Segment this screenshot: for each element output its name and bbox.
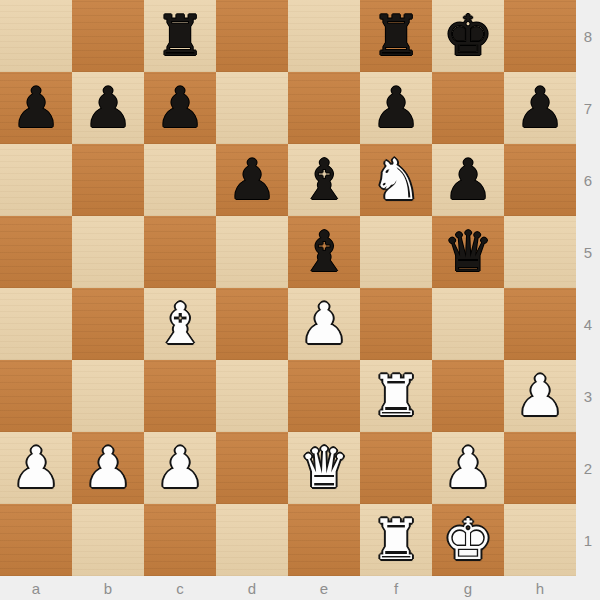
square-c3[interactable] bbox=[144, 360, 216, 432]
square-d4[interactable] bbox=[216, 288, 288, 360]
white-pawn[interactable]: ♟ bbox=[443, 432, 493, 504]
file-label-c: c bbox=[144, 576, 216, 600]
square-b2[interactable]: ♟ bbox=[72, 432, 144, 504]
rank-label-2: 2 bbox=[576, 432, 600, 504]
black-rook[interactable]: ♜ bbox=[155, 0, 205, 72]
file-label-h: h bbox=[504, 576, 576, 600]
square-b4[interactable] bbox=[72, 288, 144, 360]
square-d8[interactable] bbox=[216, 0, 288, 72]
square-b5[interactable] bbox=[72, 216, 144, 288]
black-king[interactable]: ♚ bbox=[443, 0, 493, 72]
square-d7[interactable] bbox=[216, 72, 288, 144]
square-e8[interactable] bbox=[288, 0, 360, 72]
rank-label-7: 7 bbox=[576, 72, 600, 144]
square-f7[interactable]: ♟ bbox=[360, 72, 432, 144]
white-pawn[interactable]: ♟ bbox=[299, 288, 349, 360]
square-d6[interactable]: ♟ bbox=[216, 144, 288, 216]
square-c4[interactable]: ♝ bbox=[144, 288, 216, 360]
white-pawn[interactable]: ♟ bbox=[515, 360, 565, 432]
square-e4[interactable]: ♟ bbox=[288, 288, 360, 360]
square-g4[interactable] bbox=[432, 288, 504, 360]
square-f2[interactable] bbox=[360, 432, 432, 504]
square-f8[interactable]: ♜ bbox=[360, 0, 432, 72]
square-a5[interactable] bbox=[0, 216, 72, 288]
square-b1[interactable] bbox=[72, 504, 144, 576]
square-c1[interactable] bbox=[144, 504, 216, 576]
square-e7[interactable] bbox=[288, 72, 360, 144]
white-knight[interactable]: ♞ bbox=[371, 144, 421, 216]
square-e2[interactable]: ♛ bbox=[288, 432, 360, 504]
square-a6[interactable] bbox=[0, 144, 72, 216]
square-d2[interactable] bbox=[216, 432, 288, 504]
square-a4[interactable] bbox=[0, 288, 72, 360]
square-f6[interactable]: ♞ bbox=[360, 144, 432, 216]
black-bishop[interactable]: ♝ bbox=[299, 144, 349, 216]
square-e3[interactable] bbox=[288, 360, 360, 432]
square-g5[interactable]: ♛ bbox=[432, 216, 504, 288]
square-d5[interactable] bbox=[216, 216, 288, 288]
square-a1[interactable] bbox=[0, 504, 72, 576]
square-b8[interactable] bbox=[72, 0, 144, 72]
file-label-e: e bbox=[288, 576, 360, 600]
black-pawn[interactable]: ♟ bbox=[371, 72, 421, 144]
white-rook[interactable]: ♜ bbox=[371, 504, 421, 576]
square-g7[interactable] bbox=[432, 72, 504, 144]
file-label-a: a bbox=[0, 576, 72, 600]
square-a8[interactable] bbox=[0, 0, 72, 72]
file-label-g: g bbox=[432, 576, 504, 600]
square-g2[interactable]: ♟ bbox=[432, 432, 504, 504]
square-a7[interactable]: ♟ bbox=[0, 72, 72, 144]
file-coordinate-strip: abcdefgh bbox=[0, 576, 576, 600]
black-queen[interactable]: ♛ bbox=[443, 216, 493, 288]
black-bishop[interactable]: ♝ bbox=[299, 216, 349, 288]
white-king[interactable]: ♚ bbox=[443, 504, 493, 576]
rank-label-4: 4 bbox=[576, 288, 600, 360]
square-f1[interactable]: ♜ bbox=[360, 504, 432, 576]
black-pawn[interactable]: ♟ bbox=[443, 144, 493, 216]
white-queen[interactable]: ♛ bbox=[299, 432, 349, 504]
black-pawn[interactable]: ♟ bbox=[227, 144, 277, 216]
rank-label-8: 8 bbox=[576, 0, 600, 72]
square-h6[interactable] bbox=[504, 144, 576, 216]
black-pawn[interactable]: ♟ bbox=[515, 72, 565, 144]
square-h3[interactable]: ♟ bbox=[504, 360, 576, 432]
square-c2[interactable]: ♟ bbox=[144, 432, 216, 504]
square-b6[interactable] bbox=[72, 144, 144, 216]
square-g6[interactable]: ♟ bbox=[432, 144, 504, 216]
white-bishop[interactable]: ♝ bbox=[155, 288, 205, 360]
black-pawn[interactable]: ♟ bbox=[11, 72, 61, 144]
white-pawn[interactable]: ♟ bbox=[155, 432, 205, 504]
square-g3[interactable] bbox=[432, 360, 504, 432]
square-f3[interactable]: ♜ bbox=[360, 360, 432, 432]
chess-board-widget: ♜♜♚♟♟♟♟♟♟♝♞♟♝♛♝♟♜♟♟♟♟♛♟♜♚ 87654321 abcde… bbox=[0, 0, 600, 600]
square-g8[interactable]: ♚ bbox=[432, 0, 504, 72]
square-e6[interactable]: ♝ bbox=[288, 144, 360, 216]
square-h7[interactable]: ♟ bbox=[504, 72, 576, 144]
square-d1[interactable] bbox=[216, 504, 288, 576]
square-f4[interactable] bbox=[360, 288, 432, 360]
rank-label-5: 5 bbox=[576, 216, 600, 288]
file-label-b: b bbox=[72, 576, 144, 600]
square-a3[interactable] bbox=[0, 360, 72, 432]
square-c8[interactable]: ♜ bbox=[144, 0, 216, 72]
square-h8[interactable] bbox=[504, 0, 576, 72]
square-b7[interactable]: ♟ bbox=[72, 72, 144, 144]
square-e5[interactable]: ♝ bbox=[288, 216, 360, 288]
square-c5[interactable] bbox=[144, 216, 216, 288]
black-pawn[interactable]: ♟ bbox=[83, 72, 133, 144]
square-c7[interactable]: ♟ bbox=[144, 72, 216, 144]
white-rook[interactable]: ♜ bbox=[371, 360, 421, 432]
square-g1[interactable]: ♚ bbox=[432, 504, 504, 576]
rank-label-3: 3 bbox=[576, 360, 600, 432]
file-label-d: d bbox=[216, 576, 288, 600]
chess-board: ♜♜♚♟♟♟♟♟♟♝♞♟♝♛♝♟♜♟♟♟♟♛♟♜♚ bbox=[0, 0, 576, 576]
white-pawn[interactable]: ♟ bbox=[83, 432, 133, 504]
rank-label-1: 1 bbox=[576, 504, 600, 576]
square-b3[interactable] bbox=[72, 360, 144, 432]
square-d3[interactable] bbox=[216, 360, 288, 432]
square-h1[interactable] bbox=[504, 504, 576, 576]
square-a2[interactable]: ♟ bbox=[0, 432, 72, 504]
square-h4[interactable] bbox=[504, 288, 576, 360]
coordinate-corner bbox=[576, 576, 600, 600]
square-e1[interactable] bbox=[288, 504, 360, 576]
white-pawn[interactable]: ♟ bbox=[11, 432, 61, 504]
square-h2[interactable] bbox=[504, 432, 576, 504]
black-pawn[interactable]: ♟ bbox=[155, 72, 205, 144]
rank-coordinate-strip: 87654321 bbox=[576, 0, 600, 576]
square-c6[interactable] bbox=[144, 144, 216, 216]
rank-label-6: 6 bbox=[576, 144, 600, 216]
square-f5[interactable] bbox=[360, 216, 432, 288]
square-h5[interactable] bbox=[504, 216, 576, 288]
black-rook[interactable]: ♜ bbox=[371, 0, 421, 72]
file-label-f: f bbox=[360, 576, 432, 600]
